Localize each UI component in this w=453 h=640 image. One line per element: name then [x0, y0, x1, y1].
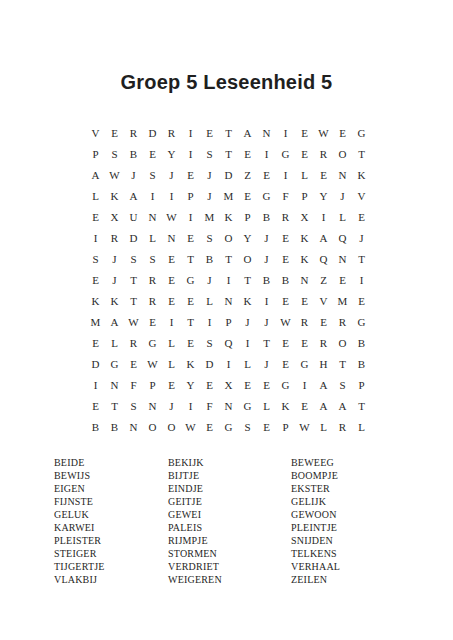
- grid-cell-r11c15[interactable]: B: [352, 332, 371, 353]
- grid-cell-r5c12[interactable]: X: [295, 206, 314, 227]
- grid-cell-r11c4[interactable]: G: [143, 332, 162, 353]
- grid-cell-r15c6[interactable]: W: [181, 416, 200, 437]
- word-item: BEWIJS: [54, 469, 168, 482]
- grid-cell-r13c13[interactable]: A: [314, 374, 333, 395]
- worksheet-page: Groep 5 Leseenheid 5 VERDRIETANIEWEGPSBE…: [0, 0, 453, 640]
- grid-cell-r3c14[interactable]: N: [333, 164, 352, 185]
- grid-cell-r8c1[interactable]: E: [86, 269, 105, 290]
- grid-cell-r7c15[interactable]: T: [352, 248, 371, 269]
- grid-cell-r7c6[interactable]: T: [181, 248, 200, 269]
- grid-cell-r14c14[interactable]: A: [333, 395, 352, 416]
- grid-cell-r6c13[interactable]: A: [314, 227, 333, 248]
- grid-cell-r11c12[interactable]: E: [295, 332, 314, 353]
- grid-cell-r7c9[interactable]: O: [238, 248, 257, 269]
- grid-cell-r9c9[interactable]: K: [238, 290, 257, 311]
- grid-cell-r5c1[interactable]: E: [86, 206, 105, 227]
- grid-cell-r7c10[interactable]: J: [257, 248, 276, 269]
- grid-cell-r12c15[interactable]: B: [352, 353, 371, 374]
- grid-cell-r2c6[interactable]: I: [181, 143, 200, 164]
- grid-cell-r6c6[interactable]: E: [181, 227, 200, 248]
- grid-cell-r2c9[interactable]: E: [238, 143, 257, 164]
- grid-cell-r12c1[interactable]: D: [86, 353, 105, 374]
- grid-cell-r10c8[interactable]: P: [219, 311, 238, 332]
- word-item: BEKIJK: [168, 456, 291, 469]
- grid-cell-r5c8[interactable]: K: [219, 206, 238, 227]
- grid-cell-r14c7[interactable]: F: [200, 395, 219, 416]
- grid-cell-r12c6[interactable]: K: [181, 353, 200, 374]
- word-item: STEIGER: [54, 547, 168, 560]
- grid-cell-r1c10[interactable]: N: [257, 122, 276, 143]
- grid-cell-r13c9[interactable]: E: [238, 374, 257, 395]
- grid-cell-r8c11[interactable]: B: [276, 269, 295, 290]
- grid-cell-r9c8[interactable]: N: [219, 290, 238, 311]
- grid-cell-r3c15[interactable]: K: [352, 164, 371, 185]
- grid-cell-r12c14[interactable]: T: [333, 353, 352, 374]
- grid-cell-r5c10[interactable]: B: [257, 206, 276, 227]
- word-item: BOOMPJE: [291, 469, 411, 482]
- grid-cell-r8c15[interactable]: I: [352, 269, 371, 290]
- grid-cell-r3c5[interactable]: J: [162, 164, 181, 185]
- word-item: GELUK: [54, 508, 168, 521]
- grid-cell-r9c7[interactable]: L: [200, 290, 219, 311]
- grid-cell-r4c9[interactable]: E: [238, 185, 257, 206]
- grid-cell-r3c8[interactable]: D: [219, 164, 238, 185]
- grid-cell-r3c3[interactable]: J: [124, 164, 143, 185]
- grid-cell-r3c11[interactable]: I: [276, 164, 295, 185]
- grid-cell-r11c8[interactable]: Q: [219, 332, 238, 353]
- grid-cell-r11c6[interactable]: E: [181, 332, 200, 353]
- grid-cell-r9c6[interactable]: E: [181, 290, 200, 311]
- grid-cell-r3c1[interactable]: A: [86, 164, 105, 185]
- word-item: EKSTER: [291, 482, 411, 495]
- grid-cell-r10c11[interactable]: W: [276, 311, 295, 332]
- word-item: SNIJDEN: [291, 534, 411, 547]
- word-item: WEIGEREN: [168, 573, 291, 586]
- word-item: GEWEI: [168, 508, 291, 521]
- word-item: KARWEI: [54, 521, 168, 534]
- grid-cell-r10c2[interactable]: A: [105, 311, 124, 332]
- grid-cell-r3c12[interactable]: L: [295, 164, 314, 185]
- grid-cell-r7c1[interactable]: S: [86, 248, 105, 269]
- grid-cell-r6c3[interactable]: D: [124, 227, 143, 248]
- grid-cell-r8c5[interactable]: E: [162, 269, 181, 290]
- grid-cell-r4c14[interactable]: J: [333, 185, 352, 206]
- grid-cell-r10c15[interactable]: G: [352, 311, 371, 332]
- grid-cell-r11c5[interactable]: L: [162, 332, 181, 353]
- grid-cell-r4c3[interactable]: A: [124, 185, 143, 206]
- grid-cell-r12c2[interactable]: G: [105, 353, 124, 374]
- grid-cell-r11c1[interactable]: E: [86, 332, 105, 353]
- word-item: PLEISTER: [54, 534, 168, 547]
- word-list-column-2: BEKIJKBIJTJEEINDJEGEITJEGEWEIPALEISRIJMP…: [168, 456, 291, 586]
- grid-cell-r5c9[interactable]: P: [238, 206, 257, 227]
- grid-cell-r1c9[interactable]: A: [238, 122, 257, 143]
- grid-cell-r4c5[interactable]: I: [162, 185, 181, 206]
- grid-cell-r9c3[interactable]: T: [124, 290, 143, 311]
- word-item: RIJMPJE: [168, 534, 291, 547]
- grid-cell-r15c10[interactable]: E: [257, 416, 276, 437]
- grid-cell-r14c5[interactable]: J: [162, 395, 181, 416]
- grid-cell-r11c2[interactable]: L: [105, 332, 124, 353]
- grid-cell-r7c12[interactable]: K: [295, 248, 314, 269]
- grid-cell-r4c11[interactable]: F: [276, 185, 295, 206]
- grid-cell-r4c13[interactable]: Y: [314, 185, 333, 206]
- grid-cell-r9c13[interactable]: V: [314, 290, 333, 311]
- grid-cell-r14c6[interactable]: I: [181, 395, 200, 416]
- word-item: BEWEEG: [291, 456, 411, 469]
- grid-cell-r1c6[interactable]: I: [181, 122, 200, 143]
- grid-cell-r13c5[interactable]: E: [162, 374, 181, 395]
- grid-cell-r14c10[interactable]: L: [257, 395, 276, 416]
- grid-cell-r13c10[interactable]: E: [257, 374, 276, 395]
- grid-cell-r14c4[interactable]: N: [143, 395, 162, 416]
- grid-cell-r6c4[interactable]: L: [143, 227, 162, 248]
- grid-cell-r9c10[interactable]: I: [257, 290, 276, 311]
- grid-cell-r13c4[interactable]: P: [143, 374, 162, 395]
- grid-cell-r9c14[interactable]: M: [333, 290, 352, 311]
- word-item: ZEILEN: [291, 573, 411, 586]
- grid-cell-r5c3[interactable]: U: [124, 206, 143, 227]
- grid-cell-r15c11[interactable]: P: [276, 416, 295, 437]
- grid-cell-r6c5[interactable]: N: [162, 227, 181, 248]
- grid-cell-r6c8[interactable]: O: [219, 227, 238, 248]
- grid-cell-r13c7[interactable]: E: [200, 374, 219, 395]
- letter-grid: VERDRIETANIEWEGPSBEYISTEIGEROTAWJSJEJDZE…: [86, 122, 371, 437]
- grid-cell-r2c10[interactable]: I: [257, 143, 276, 164]
- grid-cell-r2c4[interactable]: E: [143, 143, 162, 164]
- grid-cell-r5c2[interactable]: X: [105, 206, 124, 227]
- grid-cell-r8c2[interactable]: J: [105, 269, 124, 290]
- grid-cell-r13c14[interactable]: S: [333, 374, 352, 395]
- grid-cell-r2c14[interactable]: O: [333, 143, 352, 164]
- grid-cell-r6c14[interactable]: Q: [333, 227, 352, 248]
- grid-cell-r9c11[interactable]: E: [276, 290, 295, 311]
- grid-cell-r10c4[interactable]: E: [143, 311, 162, 332]
- grid-cell-r14c8[interactable]: N: [219, 395, 238, 416]
- grid-cell-r14c12[interactable]: E: [295, 395, 314, 416]
- grid-cell-r6c12[interactable]: K: [295, 227, 314, 248]
- grid-cell-r12c11[interactable]: E: [276, 353, 295, 374]
- grid-cell-r2c1[interactable]: P: [86, 143, 105, 164]
- grid-cell-r6c2[interactable]: R: [105, 227, 124, 248]
- word-item: VLAKBIJ: [54, 573, 168, 586]
- grid-cell-r2c5[interactable]: Y: [162, 143, 181, 164]
- grid-cell-r5c13[interactable]: I: [314, 206, 333, 227]
- grid-cell-r6c15[interactable]: J: [352, 227, 371, 248]
- grid-cell-r5c6[interactable]: I: [181, 206, 200, 227]
- grid-cell-r8c12[interactable]: N: [295, 269, 314, 290]
- grid-cell-r3c7[interactable]: J: [200, 164, 219, 185]
- grid-cell-r2c11[interactable]: G: [276, 143, 295, 164]
- grid-cell-r9c2[interactable]: K: [105, 290, 124, 311]
- grid-cell-r8c10[interactable]: B: [257, 269, 276, 290]
- grid-cell-r7c13[interactable]: Q: [314, 248, 333, 269]
- grid-cell-r7c14[interactable]: N: [333, 248, 352, 269]
- grid-cell-r14c1[interactable]: E: [86, 395, 105, 416]
- word-list-column-3: BEWEEGBOOMPJEEKSTERGELIJKGEWOONPLEINTJES…: [291, 456, 411, 586]
- grid-cell-r4c10[interactable]: G: [257, 185, 276, 206]
- grid-cell-r12c5[interactable]: L: [162, 353, 181, 374]
- grid-cell-r4c4[interactable]: I: [143, 185, 162, 206]
- grid-cell-r2c3[interactable]: B: [124, 143, 143, 164]
- grid-cell-r1c7[interactable]: E: [200, 122, 219, 143]
- grid-cell-r5c5[interactable]: W: [162, 206, 181, 227]
- grid-cell-r6c7[interactable]: S: [200, 227, 219, 248]
- grid-cell-r10c1[interactable]: M: [86, 311, 105, 332]
- grid-cell-r2c8[interactable]: T: [219, 143, 238, 164]
- grid-cell-r12c10[interactable]: J: [257, 353, 276, 374]
- grid-cell-r6c9[interactable]: Y: [238, 227, 257, 248]
- grid-cell-r3c6[interactable]: E: [181, 164, 200, 185]
- grid-cell-r1c1[interactable]: V: [86, 122, 105, 143]
- grid-cell-r12c13[interactable]: H: [314, 353, 333, 374]
- grid-cell-r1c14[interactable]: E: [333, 122, 352, 143]
- grid-cell-r12c3[interactable]: E: [124, 353, 143, 374]
- grid-cell-r11c10[interactable]: T: [257, 332, 276, 353]
- grid-cell-r1c15[interactable]: G: [352, 122, 371, 143]
- word-item: GELIJK: [291, 495, 411, 508]
- grid-cell-r11c7[interactable]: S: [200, 332, 219, 353]
- grid-cell-r13c1[interactable]: I: [86, 374, 105, 395]
- grid-cell-r13c15[interactable]: P: [352, 374, 371, 395]
- grid-cell-r12c12[interactable]: G: [295, 353, 314, 374]
- grid-cell-r11c9[interactable]: I: [238, 332, 257, 353]
- grid-cell-r15c7[interactable]: E: [200, 416, 219, 437]
- grid-cell-r14c11[interactable]: K: [276, 395, 295, 416]
- grid-cell-r15c2[interactable]: B: [105, 416, 124, 437]
- grid-cell-r7c8[interactable]: T: [219, 248, 238, 269]
- grid-cell-r11c14[interactable]: O: [333, 332, 352, 353]
- grid-cell-r14c2[interactable]: T: [105, 395, 124, 416]
- grid-cell-r1c2[interactable]: E: [105, 122, 124, 143]
- grid-cell-r2c12[interactable]: E: [295, 143, 314, 164]
- grid-cell-r13c12[interactable]: I: [295, 374, 314, 395]
- grid-cell-r3c13[interactable]: E: [314, 164, 333, 185]
- grid-cell-r7c7[interactable]: B: [200, 248, 219, 269]
- grid-cell-r11c13[interactable]: R: [314, 332, 333, 353]
- grid-cell-r5c11[interactable]: R: [276, 206, 295, 227]
- word-item: FIJNSTE: [54, 495, 168, 508]
- grid-cell-r8c9[interactable]: T: [238, 269, 257, 290]
- grid-cell-r3c4[interactable]: S: [143, 164, 162, 185]
- grid-cell-r5c7[interactable]: M: [200, 206, 219, 227]
- word-item: PALEIS: [168, 521, 291, 534]
- grid-cell-r2c13[interactable]: R: [314, 143, 333, 164]
- grid-cell-r8c14[interactable]: E: [333, 269, 352, 290]
- grid-cell-r15c14[interactable]: R: [333, 416, 352, 437]
- grid-cell-r15c5[interactable]: O: [162, 416, 181, 437]
- grid-cell-r2c2[interactable]: S: [105, 143, 124, 164]
- grid-cell-r10c14[interactable]: R: [333, 311, 352, 332]
- word-item: TIJGERTJE: [54, 560, 168, 573]
- grid-cell-r13c8[interactable]: X: [219, 374, 238, 395]
- grid-cell-r9c15[interactable]: E: [352, 290, 371, 311]
- grid-cell-r10c9[interactable]: J: [238, 311, 257, 332]
- grid-cell-r14c3[interactable]: S: [124, 395, 143, 416]
- word-item: GEWOON: [291, 508, 411, 521]
- grid-cell-r6c11[interactable]: E: [276, 227, 295, 248]
- grid-cell-r14c13[interactable]: A: [314, 395, 333, 416]
- grid-cell-r6c10[interactable]: J: [257, 227, 276, 248]
- word-item: BEIDE: [54, 456, 168, 469]
- word-item: EINDJE: [168, 482, 291, 495]
- grid-cell-r9c5[interactable]: E: [162, 290, 181, 311]
- grid-cell-r9c4[interactable]: R: [143, 290, 162, 311]
- grid-cell-r12c4[interactable]: W: [143, 353, 162, 374]
- grid-cell-r5c14[interactable]: L: [333, 206, 352, 227]
- grid-cell-r15c1[interactable]: B: [86, 416, 105, 437]
- grid-cell-r1c13[interactable]: W: [314, 122, 333, 143]
- grid-cell-r1c3[interactable]: R: [124, 122, 143, 143]
- grid-cell-r14c15[interactable]: T: [352, 395, 371, 416]
- grid-cell-r15c13[interactable]: L: [314, 416, 333, 437]
- word-item: PLEINTJE: [291, 521, 411, 534]
- grid-cell-r15c9[interactable]: S: [238, 416, 257, 437]
- grid-cell-r8c6[interactable]: G: [181, 269, 200, 290]
- grid-cell-r15c8[interactable]: G: [219, 416, 238, 437]
- grid-cell-r8c4[interactable]: R: [143, 269, 162, 290]
- grid-cell-r10c7[interactable]: I: [200, 311, 219, 332]
- grid-cell-r2c15[interactable]: T: [352, 143, 371, 164]
- grid-cell-r9c12[interactable]: E: [295, 290, 314, 311]
- grid-cell-r13c6[interactable]: Y: [181, 374, 200, 395]
- grid-cell-r8c3[interactable]: T: [124, 269, 143, 290]
- grid-cell-r14c9[interactable]: G: [238, 395, 257, 416]
- grid-cell-r10c3[interactable]: W: [124, 311, 143, 332]
- grid-cell-r12c9[interactable]: L: [238, 353, 257, 374]
- grid-cell-r3c2[interactable]: W: [105, 164, 124, 185]
- grid-cell-r7c2[interactable]: J: [105, 248, 124, 269]
- grid-cell-r1c4[interactable]: D: [143, 122, 162, 143]
- word-item: EIGEN: [54, 482, 168, 495]
- grid-cell-r1c5[interactable]: R: [162, 122, 181, 143]
- grid-cell-r4c1[interactable]: L: [86, 185, 105, 206]
- grid-cell-r7c5[interactable]: E: [162, 248, 181, 269]
- grid-cell-r3c9[interactable]: Z: [238, 164, 257, 185]
- grid-cell-r4c2[interactable]: K: [105, 185, 124, 206]
- grid-cell-r1c11[interactable]: I: [276, 122, 295, 143]
- grid-cell-r8c13[interactable]: Z: [314, 269, 333, 290]
- grid-cell-r4c7[interactable]: J: [200, 185, 219, 206]
- grid-cell-r10c12[interactable]: R: [295, 311, 314, 332]
- grid-cell-r1c12[interactable]: E: [295, 122, 314, 143]
- grid-cell-r12c7[interactable]: D: [200, 353, 219, 374]
- word-item: VERDRIET: [168, 560, 291, 573]
- grid-cell-r3c10[interactable]: E: [257, 164, 276, 185]
- grid-cell-r2c7[interactable]: S: [200, 143, 219, 164]
- grid-cell-r12c8[interactable]: I: [219, 353, 238, 374]
- grid-cell-r13c2[interactable]: N: [105, 374, 124, 395]
- word-item: STORMEN: [168, 547, 291, 560]
- grid-cell-r8c8[interactable]: I: [219, 269, 238, 290]
- grid-cell-r7c11[interactable]: E: [276, 248, 295, 269]
- word-list: BEIDEBEWIJSEIGENFIJNSTEGELUKKARWEIPLEIST…: [54, 456, 411, 586]
- grid-cell-r7c4[interactable]: S: [143, 248, 162, 269]
- grid-cell-r15c4[interactable]: O: [143, 416, 162, 437]
- grid-cell-r5c4[interactable]: N: [143, 206, 162, 227]
- word-item: TELKENS: [291, 547, 411, 560]
- grid-cell-r1c8[interactable]: T: [219, 122, 238, 143]
- grid-cell-r10c10[interactable]: J: [257, 311, 276, 332]
- grid-cell-r4c6[interactable]: P: [181, 185, 200, 206]
- grid-cell-r10c5[interactable]: I: [162, 311, 181, 332]
- word-item: GEITJE: [168, 495, 291, 508]
- page-title: Groep 5 Leseenheid 5: [0, 71, 453, 94]
- grid-cell-r6c1[interactable]: I: [86, 227, 105, 248]
- word-item: VERHAAL: [291, 560, 411, 573]
- grid-cell-r11c3[interactable]: R: [124, 332, 143, 353]
- grid-cell-r11c11[interactable]: E: [276, 332, 295, 353]
- grid-cell-r15c3[interactable]: N: [124, 416, 143, 437]
- grid-cell-r10c13[interactable]: E: [314, 311, 333, 332]
- word-list-column-1: BEIDEBEWIJSEIGENFIJNSTEGELUKKARWEIPLEIST…: [54, 456, 168, 586]
- grid-cell-r13c11[interactable]: G: [276, 374, 295, 395]
- grid-cell-r9c1[interactable]: K: [86, 290, 105, 311]
- grid-cell-r4c12[interactable]: P: [295, 185, 314, 206]
- grid-cell-r15c12[interactable]: W: [295, 416, 314, 437]
- grid-cell-r8c7[interactable]: J: [200, 269, 219, 290]
- grid-cell-r4c15[interactable]: V: [352, 185, 371, 206]
- grid-cell-r5c15[interactable]: E: [352, 206, 371, 227]
- grid-cell-r7c3[interactable]: S: [124, 248, 143, 269]
- grid-cell-r15c15[interactable]: L: [352, 416, 371, 437]
- word-item: BIJTJE: [168, 469, 291, 482]
- grid-cell-r13c3[interactable]: F: [124, 374, 143, 395]
- grid-cell-r10c6[interactable]: T: [181, 311, 200, 332]
- grid-cell-r4c8[interactable]: M: [219, 185, 238, 206]
